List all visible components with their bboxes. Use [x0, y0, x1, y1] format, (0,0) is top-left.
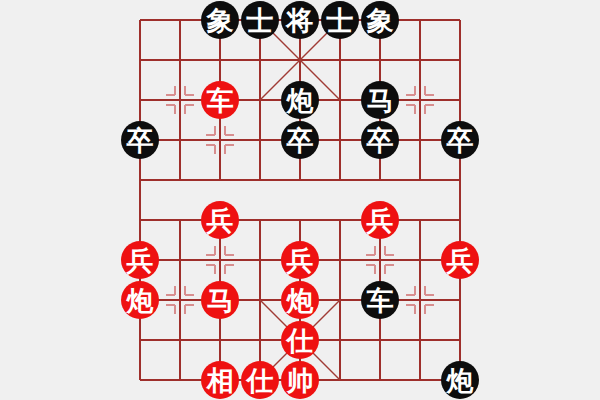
piece-red-chariot[interactable]: 车	[201, 81, 239, 119]
piece-red-cannon[interactable]: 炮	[121, 281, 159, 319]
piece-black-elephant[interactable]: 象	[361, 1, 399, 39]
piece-black-elephant[interactable]: 象	[201, 1, 239, 39]
piece-black-advisor[interactable]: 士	[321, 1, 359, 39]
piece-black-pawn[interactable]: 卒	[361, 121, 399, 159]
piece-black-horse[interactable]: 马	[361, 81, 399, 119]
piece-red-horse[interactable]: 马	[201, 281, 239, 319]
piece-black-cannon[interactable]: 炮	[441, 361, 479, 399]
board-pieces: 象士将士象车炮马卒卒卒卒兵兵兵兵兵炮马炮车仕相仕帅炮	[120, 0, 480, 400]
piece-black-chariot[interactable]: 车	[361, 281, 399, 319]
piece-red-pawn[interactable]: 兵	[441, 241, 479, 279]
piece-red-pawn[interactable]: 兵	[201, 201, 239, 239]
piece-red-advisor[interactable]: 仕	[281, 321, 319, 359]
piece-red-advisor[interactable]: 仕	[241, 361, 279, 399]
piece-red-pawn[interactable]: 兵	[281, 241, 319, 279]
xiangqi-board: 象士将士象车炮马卒卒卒卒兵兵兵兵兵炮马炮车仕相仕帅炮	[0, 0, 600, 400]
piece-red-king[interactable]: 帅	[281, 361, 319, 399]
piece-red-pawn[interactable]: 兵	[361, 201, 399, 239]
piece-red-elephant[interactable]: 相	[201, 361, 239, 399]
piece-black-pawn[interactable]: 卒	[281, 121, 319, 159]
piece-black-cannon[interactable]: 炮	[281, 81, 319, 119]
piece-red-cannon[interactable]: 炮	[281, 281, 319, 319]
piece-black-pawn[interactable]: 卒	[441, 121, 479, 159]
piece-black-king[interactable]: 将	[281, 1, 319, 39]
piece-black-advisor[interactable]: 士	[241, 1, 279, 39]
piece-black-pawn[interactable]: 卒	[121, 121, 159, 159]
piece-red-pawn[interactable]: 兵	[121, 241, 159, 279]
